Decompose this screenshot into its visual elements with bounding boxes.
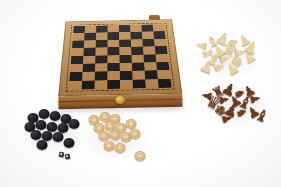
board-square — [145, 70, 158, 79]
board-square — [155, 54, 168, 62]
board-square — [107, 71, 120, 80]
checker-disc — [115, 143, 126, 153]
checker-disc — [39, 109, 50, 119]
checker-disc — [135, 151, 146, 161]
board-square — [95, 55, 107, 63]
checker-disc — [126, 119, 137, 129]
brass-clasp-icon — [115, 96, 125, 104]
checker-disc — [31, 130, 42, 140]
board-square — [133, 79, 146, 88]
board-square — [95, 63, 107, 72]
board-top-face — [58, 19, 182, 96]
board-square — [131, 54, 144, 62]
decorative-inlay-border — [66, 23, 175, 92]
board-square — [132, 62, 145, 71]
board-square — [94, 80, 107, 89]
board-square — [120, 63, 133, 72]
die — [59, 152, 65, 158]
board-square — [71, 56, 84, 64]
checker-disc — [99, 131, 110, 141]
board-square — [83, 63, 96, 72]
board-square — [95, 71, 108, 80]
board-square — [120, 80, 133, 89]
checker-disc — [104, 141, 115, 151]
board-square — [82, 72, 95, 81]
board-square — [107, 80, 120, 89]
board-square — [107, 55, 119, 63]
checker-disc — [53, 132, 64, 142]
board-square — [82, 80, 95, 89]
board-square — [157, 70, 170, 79]
board-square — [158, 79, 172, 88]
board-square — [107, 63, 119, 72]
board-square — [144, 62, 157, 71]
board-square — [119, 55, 131, 63]
board-front-edge — [58, 94, 182, 110]
checker-disc — [130, 129, 141, 139]
checker-disc — [50, 111, 61, 121]
checker-disc — [64, 138, 75, 148]
chess-board-grid — [69, 24, 172, 89]
die — [65, 154, 71, 160]
chess-piece: ♟ — [220, 112, 234, 126]
board-square — [145, 79, 158, 88]
checker-disc — [110, 130, 121, 140]
folding-chess-board — [55, 0, 182, 109]
board-square — [143, 54, 156, 62]
board-square — [132, 71, 145, 80]
checker-disc — [37, 140, 48, 150]
checker-disc — [36, 120, 47, 130]
board-square — [120, 71, 133, 80]
board-square — [69, 72, 82, 81]
board-square — [156, 62, 169, 71]
board-square — [69, 81, 82, 90]
product-photo-scene: ♟♝♟♞♟♟♜♟♛♟♟♝♟♚♟♞♟ ♟♜♟♞♟♛♟♟♝♟♚♟♞♟♝♟ — [0, 0, 281, 187]
board-square — [70, 64, 83, 73]
checker-disc — [69, 119, 80, 129]
board-square — [83, 55, 95, 63]
